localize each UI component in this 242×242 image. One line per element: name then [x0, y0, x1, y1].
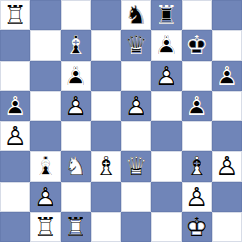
- white-rook-outline-icon: ♖: [0, 0, 30, 30]
- square-c3[interactable]: ♞♘: [61, 151, 91, 181]
- piece-black-rook: ♜: [151, 0, 181, 30]
- square-b4[interactable]: [30, 121, 60, 151]
- piece-black-knight: ♞: [121, 0, 151, 30]
- square-g8[interactable]: [182, 0, 212, 30]
- square-e7[interactable]: ♛♕: [121, 30, 151, 60]
- square-h7[interactable]: [212, 30, 242, 60]
- piece-white-knight: ♞: [61, 151, 91, 181]
- square-d3[interactable]: ♝♗: [91, 151, 121, 181]
- white-pawn-outline-icon: ♙: [0, 121, 30, 151]
- piece-white-rook: ♜: [61, 212, 91, 242]
- square-a8[interactable]: ♜♖: [0, 0, 30, 30]
- square-f6[interactable]: ♟♙: [151, 61, 181, 91]
- black-bishop-outline-icon: ♗: [30, 151, 60, 181]
- black-knight-outline-icon: ♘: [121, 0, 151, 30]
- white-pawn-outline-icon: ♙: [121, 91, 151, 121]
- square-a6[interactable]: [0, 61, 30, 91]
- square-f5[interactable]: [151, 91, 181, 121]
- square-h3[interactable]: ♟♙: [212, 151, 242, 181]
- square-g5[interactable]: ♟♙: [182, 91, 212, 121]
- piece-white-pawn: ♟: [212, 151, 242, 181]
- piece-black-pawn: ♟: [61, 61, 91, 91]
- square-a7[interactable]: [0, 30, 30, 60]
- black-pawn-outline-icon: ♙: [151, 30, 181, 60]
- square-b1[interactable]: ♜♖: [30, 212, 60, 242]
- black-pawn-outline-icon: ♙: [0, 91, 30, 121]
- square-b8[interactable]: [30, 0, 60, 30]
- square-h8[interactable]: [212, 0, 242, 30]
- black-bishop-outline-icon: ♗: [61, 30, 91, 60]
- white-king-outline-icon: ♔: [182, 212, 212, 242]
- piece-black-pawn: ♟: [182, 91, 212, 121]
- piece-black-king: ♚: [182, 30, 212, 60]
- piece-black-queen: ♛: [121, 30, 151, 60]
- piece-black-pawn: ♟: [151, 30, 181, 60]
- square-a2[interactable]: [0, 182, 30, 212]
- square-b6[interactable]: [30, 61, 60, 91]
- square-e2[interactable]: [121, 182, 151, 212]
- square-g3[interactable]: ♝♗: [182, 151, 212, 181]
- chess-board: ♜♖♞♘♜♖♝♗♛♕♟♙♚♔♟♙♟♙♟♙♟♙♟♙♟♙♟♙♟♙♝♗♞♘♝♗♛♕♝♗…: [0, 0, 242, 242]
- square-g4[interactable]: [182, 121, 212, 151]
- piece-white-pawn: ♟: [61, 91, 91, 121]
- square-g7[interactable]: ♚♔: [182, 30, 212, 60]
- square-h1[interactable]: [212, 212, 242, 242]
- black-pawn-outline-icon: ♙: [212, 61, 242, 91]
- piece-white-pawn: ♟: [121, 91, 151, 121]
- black-king-outline-icon: ♔: [182, 30, 212, 60]
- square-h5[interactable]: [212, 91, 242, 121]
- square-c5[interactable]: ♟♙: [61, 91, 91, 121]
- black-pawn-outline-icon: ♙: [61, 61, 91, 91]
- piece-black-pawn: ♟: [0, 91, 30, 121]
- square-c8[interactable]: [61, 0, 91, 30]
- square-f8[interactable]: ♜♖: [151, 0, 181, 30]
- white-rook-outline-icon: ♖: [30, 212, 60, 242]
- square-d1[interactable]: [91, 212, 121, 242]
- square-h6[interactable]: ♟♙: [212, 61, 242, 91]
- square-c1[interactable]: ♜♖: [61, 212, 91, 242]
- piece-white-pawn: ♟: [182, 182, 212, 212]
- square-g6[interactable]: [182, 61, 212, 91]
- white-bishop-outline-icon: ♗: [182, 151, 212, 181]
- square-b5[interactable]: [30, 91, 60, 121]
- piece-black-bishop: ♝: [61, 30, 91, 60]
- square-d2[interactable]: [91, 182, 121, 212]
- white-rook-outline-icon: ♖: [61, 212, 91, 242]
- square-f3[interactable]: [151, 151, 181, 181]
- square-b2[interactable]: ♟♙: [30, 182, 60, 212]
- piece-black-bishop: ♝: [30, 151, 60, 181]
- piece-white-pawn: ♟: [30, 182, 60, 212]
- square-d6[interactable]: [91, 61, 121, 91]
- black-queen-outline-icon: ♕: [121, 30, 151, 60]
- white-pawn-outline-icon: ♙: [30, 182, 60, 212]
- square-a5[interactable]: ♟♙: [0, 91, 30, 121]
- square-d4[interactable]: [91, 121, 121, 151]
- square-d8[interactable]: [91, 0, 121, 30]
- square-a1[interactable]: [0, 212, 30, 242]
- square-e8[interactable]: ♞♘: [121, 0, 151, 30]
- square-e3[interactable]: ♛♕: [121, 151, 151, 181]
- piece-white-rook: ♜: [30, 212, 60, 242]
- piece-black-pawn: ♟: [212, 61, 242, 91]
- square-d7[interactable]: [91, 30, 121, 60]
- square-e1[interactable]: [121, 212, 151, 242]
- black-pawn-outline-icon: ♙: [182, 91, 212, 121]
- piece-white-queen: ♛: [121, 151, 151, 181]
- piece-white-king: ♚: [182, 212, 212, 242]
- white-queen-outline-icon: ♕: [121, 151, 151, 181]
- square-c7[interactable]: ♝♗: [61, 30, 91, 60]
- white-bishop-outline-icon: ♗: [91, 151, 121, 181]
- square-e6[interactable]: [121, 61, 151, 91]
- square-a4[interactable]: ♟♙: [0, 121, 30, 151]
- square-f1[interactable]: [151, 212, 181, 242]
- square-c2[interactable]: [61, 182, 91, 212]
- white-pawn-outline-icon: ♙: [212, 151, 242, 181]
- black-rook-outline-icon: ♖: [151, 0, 181, 30]
- square-d5[interactable]: [91, 91, 121, 121]
- square-g1[interactable]: ♚♔: [182, 212, 212, 242]
- square-f7[interactable]: ♟♙: [151, 30, 181, 60]
- square-f4[interactable]: [151, 121, 181, 151]
- square-c4[interactable]: [61, 121, 91, 151]
- square-h4[interactable]: [212, 121, 242, 151]
- piece-white-bishop: ♝: [182, 151, 212, 181]
- square-b7[interactable]: [30, 30, 60, 60]
- square-b3[interactable]: ♝♗: [30, 151, 60, 181]
- square-g2[interactable]: ♟♙: [182, 182, 212, 212]
- white-pawn-outline-icon: ♙: [61, 91, 91, 121]
- piece-white-pawn: ♟: [151, 61, 181, 91]
- piece-white-bishop: ♝: [91, 151, 121, 181]
- chess-board-wrapper: ♜♖♞♘♜♖♝♗♛♕♟♙♚♔♟♙♟♙♟♙♟♙♟♙♟♙♟♙♟♙♝♗♞♘♝♗♛♕♝♗…: [0, 0, 242, 242]
- white-pawn-outline-icon: ♙: [182, 182, 212, 212]
- square-e4[interactable]: [121, 121, 151, 151]
- square-a3[interactable]: [0, 151, 30, 181]
- square-h2[interactable]: [212, 182, 242, 212]
- square-e5[interactable]: ♟♙: [121, 91, 151, 121]
- piece-white-pawn: ♟: [0, 121, 30, 151]
- white-pawn-outline-icon: ♙: [151, 61, 181, 91]
- white-knight-outline-icon: ♘: [61, 151, 91, 181]
- square-f2[interactable]: [151, 182, 181, 212]
- square-c6[interactable]: ♟♙: [61, 61, 91, 91]
- piece-white-rook: ♜: [0, 0, 30, 30]
